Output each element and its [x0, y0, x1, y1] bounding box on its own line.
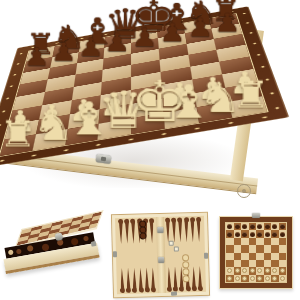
board-square: [279, 267, 287, 274]
board-square: [271, 260, 279, 267]
board-square: [271, 223, 279, 230]
board-square: [241, 260, 249, 267]
latch-icon: [252, 213, 260, 218]
board-square: [249, 223, 257, 230]
board-square: [264, 223, 272, 230]
board-square: [226, 230, 234, 237]
round-piece-dark: [227, 232, 232, 237]
round-piece-light: [227, 268, 232, 273]
backgammon-point: [172, 265, 178, 292]
board-square: [264, 260, 272, 267]
board-scene: ♜♞♝♛♚♝♞♜♟♟♟♟♟♟♟♟♟♟♟♟♟♟♟♟♜♞♝♛♚♝♞♜: [0, 0, 267, 194]
board-square: [249, 245, 257, 252]
round-piece-dark: [257, 232, 262, 237]
brand-emblem: [237, 184, 251, 198]
board-square: [279, 230, 287, 237]
chess-piece-black-b: ♝: [78, 13, 105, 49]
die-icon: [174, 247, 179, 252]
board-square: [249, 275, 257, 282]
round-piece-dark: [272, 224, 277, 229]
backgammon-point: [166, 265, 172, 292]
backgammon-point: [138, 265, 144, 292]
board-square: [241, 245, 249, 252]
latch-icon: [170, 292, 176, 296]
backgammon-point: [177, 217, 183, 244]
chess-board: ♜♞♝♛♚♝♞♜♟♟♟♟♟♟♟♟♟♟♟♟♟♟♟♟♜♞♝♛♚♝♞♜: [0, 6, 289, 168]
board-square: [256, 267, 264, 274]
board-square: [279, 253, 287, 260]
chess-piece-black-k: ♚: [131, 0, 158, 40]
backgammon-point: [144, 265, 150, 292]
board-square: [271, 253, 279, 260]
round-piece-dark: [227, 224, 232, 229]
board-square: [279, 275, 287, 282]
board-square: [264, 230, 272, 237]
board-square: [241, 267, 249, 274]
board-square: [271, 230, 279, 237]
backgammon-point: [190, 217, 196, 244]
board-square: [256, 253, 264, 260]
backgammon-point: [125, 266, 131, 293]
board-square: [264, 238, 272, 245]
board-square: [226, 245, 234, 252]
board-square: [226, 267, 234, 274]
board-square: [234, 260, 242, 267]
backgammon-point: [196, 217, 202, 244]
backgammon-point: [150, 265, 156, 292]
board-square: [249, 253, 257, 260]
chess-board-grid: ♜♞♝♛♚♝♞♜♟♟♟♟♟♟♟♟♟♟♟♟♟♟♟♟♜♞♝♛♚♝♞♜: [0, 13, 269, 157]
latch-icon: [91, 241, 97, 247]
board-square: [271, 245, 279, 252]
board-square: [226, 275, 234, 282]
board-square: [279, 238, 287, 245]
round-piece-light: [272, 268, 277, 273]
backgammon-point: [132, 266, 138, 293]
board-square: [241, 223, 249, 230]
thumbnail-backgammon[interactable]: [112, 213, 209, 297]
board-square: [279, 260, 287, 267]
round-piece-light: [227, 276, 232, 281]
round-piece-dark: [280, 224, 285, 229]
board-square: [234, 253, 242, 260]
board-square: [256, 238, 264, 245]
round-piece-dark: [265, 232, 270, 237]
backgammon-point: [149, 218, 155, 245]
hinge-icon: [158, 257, 164, 263]
board-square: [241, 230, 249, 237]
board-square: [279, 245, 287, 252]
round-piece-light: [280, 268, 285, 273]
round-piece-light: [280, 276, 285, 281]
board-square: [264, 253, 272, 260]
top-view-grid: [225, 222, 287, 283]
board-square: [249, 230, 257, 237]
board-square: [256, 260, 264, 267]
hinge-icon: [157, 227, 163, 233]
board-square: [241, 238, 249, 245]
board-square: [279, 223, 287, 230]
board-square: [249, 260, 257, 267]
round-piece-light: [242, 276, 247, 281]
chess-piece-black-q: ♛: [104, 4, 131, 45]
backgammon-point: [130, 219, 136, 246]
thumbnail-board-top-view[interactable]: [219, 216, 293, 289]
board-square: [226, 223, 234, 230]
board-square: [234, 275, 242, 282]
points-quadrant: [118, 218, 155, 246]
backgammon-point: [124, 219, 130, 246]
round-piece-dark: [242, 224, 247, 229]
board-square: [226, 253, 234, 260]
board-square: [264, 275, 272, 282]
round-piece-dark: [250, 232, 255, 237]
points-quadrant: [119, 265, 156, 293]
board-square: [234, 230, 242, 237]
backgammon-point: [184, 217, 190, 244]
round-piece-light: [235, 268, 240, 273]
board-square: [160, 67, 191, 85]
board-square: [234, 245, 242, 252]
die-icon: [169, 241, 174, 246]
latch-icon: [55, 233, 63, 241]
metal-latch: [96, 154, 112, 164]
board-square: [226, 238, 234, 245]
board-square: [264, 245, 272, 252]
board-square: [234, 238, 242, 245]
round-piece-light: [250, 276, 255, 281]
round-piece-dark: [235, 232, 240, 237]
latch-icon: [113, 251, 117, 257]
board-square: [226, 260, 234, 267]
round-piece-light: [265, 268, 270, 273]
board-square: [249, 267, 257, 274]
board-square: [264, 267, 272, 274]
round-piece-dark: [250, 224, 255, 229]
board-square: [241, 253, 249, 260]
round-piece-dark: [265, 224, 270, 229]
round-piece-dark: [280, 232, 285, 237]
board-square: [256, 245, 264, 252]
round-piece-light: [242, 268, 247, 273]
main-board-photo[interactable]: ♜♞♝♛♚♝♞♜♟♟♟♟♟♟♟♟♟♟♟♟♟♟♟♟♜♞♝♛♚♝♞♜: [0, 0, 267, 194]
backgammon-point: [191, 264, 197, 291]
round-piece-dark: [257, 224, 262, 229]
board-square: [256, 230, 264, 237]
backgammon-point: [197, 264, 203, 291]
round-piece-dark: [242, 232, 247, 237]
thumbnail-folded-box[interactable]: [6, 229, 106, 295]
backgammon-point: [119, 266, 125, 293]
round-piece-light: [257, 268, 262, 273]
board-square: [241, 275, 249, 282]
board-square: [271, 275, 279, 282]
round-piece-light: [257, 276, 262, 281]
board-square: [271, 267, 279, 274]
chess-piece-black-b: ♝: [157, 0, 184, 35]
board-square: [234, 223, 242, 230]
latch-icon: [204, 253, 208, 259]
chess-piece-black-n: ♞: [52, 21, 79, 53]
round-piece-dark: [272, 232, 277, 237]
board-square: [256, 275, 264, 282]
round-piece-light: [272, 276, 277, 281]
board-square: [249, 238, 257, 245]
board-square: [271, 238, 279, 245]
product-photo: ♜♞♝♛♚♝♞♜♟♟♟♟♟♟♟♟♟♟♟♟♟♟♟♟♜♞♝♛♚♝♞♜: [0, 0, 300, 300]
round-piece-light: [265, 276, 270, 281]
board-square: [234, 267, 242, 274]
round-piece-light: [250, 268, 255, 273]
round-piece-dark: [235, 224, 240, 229]
board-square: [256, 223, 264, 230]
folded-box: [0, 214, 108, 296]
round-piece-light: [235, 276, 240, 281]
backgammon-point: [118, 219, 124, 246]
